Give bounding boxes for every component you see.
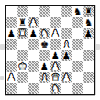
piece-black-rook: ♜ (84, 6, 93, 17)
square-e7[interactable] (50, 17, 61, 28)
piece-black-pawn: ♟ (62, 50, 71, 61)
square-d1[interactable] (39, 83, 50, 94)
piece-black-pawn: ♟ (7, 28, 16, 39)
piece-white-queen: ♛ (51, 72, 60, 83)
square-g2[interactable] (72, 72, 83, 83)
piece-white-bishop: ♝ (40, 72, 49, 83)
scan-smudge-right (95, 44, 100, 50)
square-e2[interactable]: ♛ (50, 72, 61, 83)
square-g4[interactable] (72, 50, 83, 61)
square-g8[interactable]: ♞ (72, 6, 83, 17)
chess-board: ♞♜♜♟♞♟♜♟♞♟♟♚♝♟♟♚♟♟♟♝♛♟♞ (5, 5, 95, 95)
square-c2[interactable] (28, 72, 39, 83)
square-b1[interactable] (17, 83, 28, 94)
piece-white-pawn: ♟ (7, 72, 16, 83)
square-c5[interactable] (28, 39, 39, 50)
piece-white-pawn: ♟ (51, 28, 60, 39)
piece-black-knight: ♞ (84, 17, 93, 28)
square-f3[interactable] (61, 61, 72, 72)
square-h5[interactable] (83, 39, 94, 50)
piece-black-pawn: ♟ (40, 61, 49, 72)
square-f2[interactable]: ♟ (61, 72, 72, 83)
square-h8[interactable]: ♜ (83, 6, 94, 17)
piece-white-knight: ♞ (40, 28, 49, 39)
square-h2[interactable] (83, 72, 94, 83)
square-b7[interactable]: ♜ (17, 17, 28, 28)
square-f7[interactable] (61, 17, 72, 28)
square-e4[interactable]: ♟ (50, 50, 61, 61)
piece-white-pawn: ♟ (29, 17, 38, 28)
piece-black-king: ♚ (40, 39, 49, 50)
square-c1[interactable] (28, 83, 39, 94)
square-a8[interactable] (6, 6, 17, 17)
square-a5[interactable] (6, 39, 17, 50)
piece-white-king: ♚ (18, 61, 27, 72)
square-b6[interactable]: ♜ (17, 28, 28, 39)
piece-white-pawn: ♟ (62, 72, 71, 83)
piece-black-pawn: ♟ (84, 28, 93, 39)
piece-black-pawn: ♟ (29, 28, 38, 39)
square-b3[interactable]: ♚ (17, 61, 28, 72)
square-a6[interactable]: ♟ (6, 28, 17, 39)
square-c6[interactable]: ♟ (28, 28, 39, 39)
square-d3[interactable]: ♟ (39, 61, 50, 72)
square-f6[interactable] (61, 28, 72, 39)
square-d5[interactable]: ♚ (39, 39, 50, 50)
square-h7[interactable]: ♞ (83, 17, 94, 28)
square-a3[interactable] (6, 61, 17, 72)
square-c3[interactable] (28, 61, 39, 72)
piece-white-pawn: ♟ (51, 61, 60, 72)
square-e5[interactable] (50, 39, 61, 50)
piece-black-pawn: ♟ (51, 50, 60, 61)
square-f4[interactable]: ♟ (61, 50, 72, 61)
square-b8[interactable] (17, 6, 28, 17)
square-c4[interactable] (28, 50, 39, 61)
square-h1[interactable] (83, 83, 94, 94)
piece-white-rook: ♜ (18, 28, 27, 39)
square-a2[interactable]: ♟ (6, 72, 17, 83)
square-d6[interactable]: ♞ (39, 28, 50, 39)
square-g6[interactable] (72, 28, 83, 39)
square-d8[interactable] (39, 6, 50, 17)
square-g1[interactable] (72, 83, 83, 94)
square-c8[interactable] (28, 6, 39, 17)
square-h4[interactable] (83, 50, 94, 61)
square-h6[interactable]: ♟ (83, 28, 94, 39)
square-a4[interactable] (6, 50, 17, 61)
piece-white-bishop: ♝ (62, 39, 71, 50)
square-b4[interactable] (17, 50, 28, 61)
square-a1[interactable] (6, 83, 17, 94)
square-e6[interactable]: ♟ (50, 28, 61, 39)
square-b2[interactable] (17, 72, 28, 83)
square-f1[interactable] (61, 83, 72, 94)
square-g5[interactable] (72, 39, 83, 50)
square-d4[interactable] (39, 50, 50, 61)
square-f8[interactable] (61, 6, 72, 17)
scan-smudge-left (0, 44, 5, 50)
piece-black-knight: ♞ (73, 6, 82, 17)
square-g7[interactable] (72, 17, 83, 28)
square-e8[interactable] (50, 6, 61, 17)
scan-smudge-bottom-left (0, 76, 4, 80)
piece-black-rook: ♜ (18, 17, 27, 28)
square-e1[interactable]: ♞ (50, 83, 61, 94)
square-e3[interactable]: ♟ (50, 61, 61, 72)
square-f5[interactable]: ♝ (61, 39, 72, 50)
square-h3[interactable] (83, 61, 94, 72)
square-d7[interactable] (39, 17, 50, 28)
square-g3[interactable] (72, 61, 83, 72)
square-c7[interactable]: ♟ (28, 17, 39, 28)
square-d2[interactable]: ♝ (39, 72, 50, 83)
square-a7[interactable] (6, 17, 17, 28)
piece-white-knight: ♞ (51, 83, 60, 94)
square-b5[interactable] (17, 39, 28, 50)
